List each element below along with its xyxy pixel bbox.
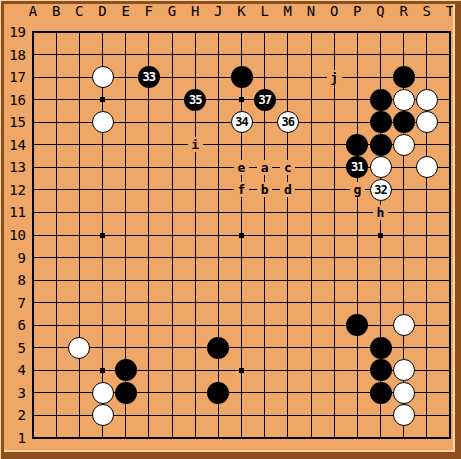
letter-mark: b [257,182,272,197]
stone-black [393,111,415,133]
grid-line [32,325,451,326]
column-label: L [257,4,273,18]
frame-left-dark [1,1,4,459]
frame-bottom-dark [1,452,461,459]
column-label: C [71,4,87,18]
stone-white [416,156,438,178]
column-label: E [118,4,134,18]
stone-black-numbered: 33 [138,66,160,88]
star-point [100,368,105,373]
frame-right-dark [455,1,461,459]
grid-line [311,31,312,439]
grid-line [449,31,451,439]
star-point [239,368,244,373]
grid-line [32,302,451,303]
grid-line [357,31,358,439]
stone-white [393,382,415,404]
stone-black [115,359,137,381]
stone-white [393,359,415,381]
stone-black [393,66,415,88]
stone-black [346,134,368,156]
star-point [239,97,244,102]
stone-white-numbered: 36 [277,111,299,133]
letter-mark: e [234,160,249,175]
column-label: S [419,4,435,18]
stone-white [393,134,415,156]
stone-white-numbered: 32 [370,179,392,201]
grid-line [32,280,451,281]
stone-white [393,89,415,111]
letter-mark: f [234,182,249,197]
stone-black-numbered: 35 [184,89,206,111]
stone-black [370,382,392,404]
stone-white [92,66,114,88]
stone-black [370,337,392,359]
grid-line [334,31,335,439]
column-label: M [280,4,296,18]
column-label: N [303,4,319,18]
column-label: D [95,4,111,18]
column-label: K [234,4,250,18]
column-label: Q [373,4,389,18]
column-label: B [48,4,64,18]
column-label: R [396,4,412,18]
column-label: A [25,4,41,18]
letter-mark: c [280,160,295,175]
stone-black [370,89,392,111]
column-label: O [326,4,342,18]
stone-black [370,134,392,156]
grid-line [32,437,451,439]
letter-mark: i [188,137,203,152]
stone-black [370,111,392,133]
go-board: ABCDEFGHJKLMNOPQRST191817161514131211109… [0,0,461,459]
stone-white [416,111,438,133]
frame-top-dark [1,1,461,4]
column-label: G [164,4,180,18]
stone-white [92,404,114,426]
star-point [100,233,105,238]
stone-white [92,111,114,133]
letter-mark: d [280,182,295,197]
stone-black [207,382,229,404]
grid-line [32,257,451,258]
stone-black [346,314,368,336]
stone-white [92,382,114,404]
letter-mark: a [257,160,272,175]
stone-white-numbered: 34 [231,111,253,133]
stone-black [115,382,137,404]
go-diagram: ABCDEFGHJKLMNOPQRST191817161514131211109… [0,0,461,459]
stone-white [393,404,415,426]
column-label: P [349,4,365,18]
stone-black [370,359,392,381]
letter-mark: g [350,182,365,197]
letter-mark: h [373,205,388,220]
column-label: H [187,4,203,18]
letter-mark: j [327,70,342,85]
stone-white [68,337,90,359]
column-label: J [210,4,226,18]
stone-white [370,156,392,178]
column-label: F [141,4,157,18]
stone-black-numbered: 31 [346,156,368,178]
star-point [378,233,383,238]
grid-line [287,31,288,439]
star-point [239,233,244,238]
stone-black [207,337,229,359]
stone-white [393,314,415,336]
stone-black [231,66,253,88]
stone-black-numbered: 37 [254,89,276,111]
stone-white [416,89,438,111]
star-point [100,97,105,102]
